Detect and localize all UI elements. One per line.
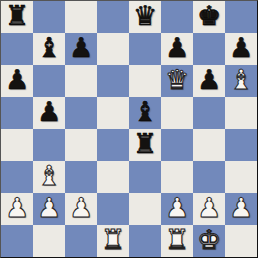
white-bishop[interactable]: ♝ [229,64,253,96]
square-g8[interactable]: ♚ [193,1,225,33]
square-h5[interactable] [225,97,257,129]
square-d7[interactable] [97,33,129,65]
black-pawn[interactable]: ♟ [37,96,61,128]
square-d3[interactable] [97,161,129,193]
black-pawn[interactable]: ♟ [229,32,253,64]
square-b3[interactable]: ♝ [33,161,65,193]
white-queen[interactable]: ♛ [165,64,189,96]
white-pawn[interactable]: ♟ [37,192,61,224]
square-h2[interactable]: ♟ [225,193,257,225]
square-d2[interactable] [97,193,129,225]
black-pawn[interactable]: ♟ [165,32,189,64]
square-g3[interactable] [193,161,225,193]
square-e5[interactable]: ♝ [129,97,161,129]
square-b8[interactable] [33,1,65,33]
black-pawn[interactable]: ♟ [5,64,29,96]
square-f4[interactable] [161,129,193,161]
square-f1[interactable]: ♜ [161,225,193,257]
black-pawn[interactable]: ♟ [197,64,221,96]
square-a4[interactable] [1,129,33,161]
square-e6[interactable] [129,65,161,97]
square-a2[interactable]: ♟ [1,193,33,225]
square-a5[interactable] [1,97,33,129]
white-rook[interactable]: ♜ [165,224,189,256]
white-pawn[interactable]: ♟ [197,192,221,224]
square-h3[interactable] [225,161,257,193]
white-bishop[interactable]: ♝ [37,160,61,192]
square-c7[interactable]: ♟ [65,33,97,65]
square-f7[interactable]: ♟ [161,33,193,65]
square-b4[interactable] [33,129,65,161]
square-g7[interactable] [193,33,225,65]
square-g5[interactable] [193,97,225,129]
black-king[interactable]: ♚ [197,0,221,32]
white-pawn[interactable]: ♟ [5,192,29,224]
square-e3[interactable] [129,161,161,193]
square-a3[interactable] [1,161,33,193]
square-h6[interactable]: ♝ [225,65,257,97]
white-pawn[interactable]: ♟ [69,192,93,224]
square-g1[interactable]: ♚ [193,225,225,257]
square-g2[interactable]: ♟ [193,193,225,225]
white-rook[interactable]: ♜ [101,224,125,256]
square-c1[interactable] [65,225,97,257]
chess-board: ♜♛♚♝♟♟♟♟♛♟♝♟♝♜♝♟♟♟♟♟♟♜♜♚ [0,0,258,258]
square-e1[interactable] [129,225,161,257]
square-a8[interactable]: ♜ [1,1,33,33]
square-b2[interactable]: ♟ [33,193,65,225]
square-d5[interactable] [97,97,129,129]
square-b1[interactable] [33,225,65,257]
square-d1[interactable]: ♜ [97,225,129,257]
square-f2[interactable]: ♟ [161,193,193,225]
black-rook[interactable]: ♜ [5,0,29,32]
black-queen[interactable]: ♛ [133,0,157,32]
square-h1[interactable] [225,225,257,257]
square-c6[interactable] [65,65,97,97]
square-c2[interactable]: ♟ [65,193,97,225]
square-h4[interactable] [225,129,257,161]
square-c8[interactable] [65,1,97,33]
square-f8[interactable] [161,1,193,33]
square-b6[interactable] [33,65,65,97]
square-g4[interactable] [193,129,225,161]
square-f3[interactable] [161,161,193,193]
square-g6[interactable]: ♟ [193,65,225,97]
square-a1[interactable] [1,225,33,257]
square-d6[interactable] [97,65,129,97]
square-b7[interactable]: ♝ [33,33,65,65]
black-pawn[interactable]: ♟ [69,32,93,64]
square-e8[interactable]: ♛ [129,1,161,33]
square-a7[interactable] [1,33,33,65]
square-f5[interactable] [161,97,193,129]
square-b5[interactable]: ♟ [33,97,65,129]
square-c5[interactable] [65,97,97,129]
square-c3[interactable] [65,161,97,193]
square-d4[interactable] [97,129,129,161]
square-d8[interactable] [97,1,129,33]
square-e7[interactable] [129,33,161,65]
square-e4[interactable]: ♜ [129,129,161,161]
square-a6[interactable]: ♟ [1,65,33,97]
black-bishop[interactable]: ♝ [133,96,157,128]
white-pawn[interactable]: ♟ [229,192,253,224]
black-bishop[interactable]: ♝ [37,32,61,64]
white-pawn[interactable]: ♟ [165,192,189,224]
square-f6[interactable]: ♛ [161,65,193,97]
square-e2[interactable] [129,193,161,225]
square-h7[interactable]: ♟ [225,33,257,65]
square-h8[interactable] [225,1,257,33]
black-rook[interactable]: ♜ [133,128,157,160]
white-king[interactable]: ♚ [197,224,221,256]
square-c4[interactable] [65,129,97,161]
